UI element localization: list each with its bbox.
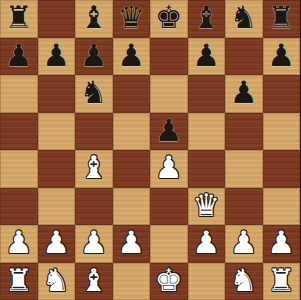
square-h2[interactable]: ♟ xyxy=(263,225,301,263)
square-b4[interactable] xyxy=(38,150,76,188)
white-pawn-b2[interactable]: ♟ xyxy=(42,224,70,262)
square-a4[interactable] xyxy=(0,150,38,188)
square-h6[interactable] xyxy=(263,75,301,113)
square-b8[interactable] xyxy=(38,0,76,38)
black-rook-a8[interactable]: ♜ xyxy=(5,0,33,37)
square-b6[interactable] xyxy=(38,75,76,113)
white-pawn-a2[interactable]: ♟ xyxy=(5,224,33,262)
square-a2[interactable]: ♟ xyxy=(0,225,38,263)
white-pawn-f2[interactable]: ♟ xyxy=(192,224,220,262)
square-d2[interactable]: ♟ xyxy=(113,225,151,263)
black-queen-d8[interactable]: ♛ xyxy=(117,0,145,37)
square-h8[interactable]: ♜ xyxy=(263,0,301,38)
black-bishop-f8[interactable]: ♝ xyxy=(192,0,220,37)
square-g3[interactable] xyxy=(225,188,263,226)
square-b7[interactable]: ♟ xyxy=(38,38,76,76)
square-c7[interactable]: ♟ xyxy=(75,38,113,76)
square-c3[interactable] xyxy=(75,188,113,226)
black-king-e8[interactable]: ♚ xyxy=(155,0,183,37)
square-h4[interactable] xyxy=(263,150,301,188)
square-f3[interactable]: ♛ xyxy=(188,188,226,226)
square-a1[interactable]: ♜ xyxy=(0,263,38,300)
square-d3[interactable] xyxy=(113,188,151,226)
square-c4[interactable]: ♝ xyxy=(75,150,113,188)
square-f6[interactable] xyxy=(188,75,226,113)
square-e4[interactable]: ♟ xyxy=(150,150,188,188)
square-c5[interactable] xyxy=(75,113,113,151)
square-d5[interactable] xyxy=(113,113,151,151)
white-pawn-e4[interactable]: ♟ xyxy=(155,149,183,187)
square-b5[interactable] xyxy=(38,113,76,151)
square-e3[interactable] xyxy=(150,188,188,226)
white-bishop-c1[interactable]: ♝ xyxy=(80,262,108,300)
square-b1[interactable]: ♞ xyxy=(38,263,76,300)
square-a8[interactable]: ♜ xyxy=(0,0,38,38)
square-g5[interactable] xyxy=(225,113,263,151)
white-king-e1[interactable]: ♚ xyxy=(155,262,183,300)
square-f7[interactable]: ♟ xyxy=(188,38,226,76)
square-f8[interactable]: ♝ xyxy=(188,0,226,38)
square-d8[interactable]: ♛ xyxy=(113,0,151,38)
square-c6[interactable]: ♞ xyxy=(75,75,113,113)
square-h3[interactable] xyxy=(263,188,301,226)
square-g7[interactable] xyxy=(225,38,263,76)
white-pawn-h2[interactable]: ♟ xyxy=(267,224,295,262)
white-rook-h1[interactable]: ♜ xyxy=(267,262,295,300)
square-f5[interactable] xyxy=(188,113,226,151)
square-g4[interactable] xyxy=(225,150,263,188)
black-pawn-a7[interactable]: ♟ xyxy=(5,37,33,75)
black-rook-h8[interactable]: ♜ xyxy=(267,0,295,37)
square-e1[interactable]: ♚ xyxy=(150,263,188,300)
square-b2[interactable]: ♟ xyxy=(38,225,76,263)
black-pawn-h7[interactable]: ♟ xyxy=(267,37,295,75)
black-knight-c6[interactable]: ♞ xyxy=(80,74,108,112)
square-g8[interactable]: ♞ xyxy=(225,0,263,38)
square-g1[interactable]: ♞ xyxy=(225,263,263,300)
chess-board: ♜♝♛♚♝♞♜♟♟♟♟♟♟♞♟♟♝♟♛♟♟♟♟♟♟♟♜♞♝♚♞♜ xyxy=(0,0,300,300)
white-knight-g1[interactable]: ♞ xyxy=(230,262,258,300)
square-e8[interactable]: ♚ xyxy=(150,0,188,38)
square-h1[interactable]: ♜ xyxy=(263,263,301,300)
square-f4[interactable] xyxy=(188,150,226,188)
white-bishop-c4[interactable]: ♝ xyxy=(80,149,108,187)
square-e2[interactable] xyxy=(150,225,188,263)
white-queen-f3[interactable]: ♛ xyxy=(192,187,220,225)
square-g6[interactable]: ♟ xyxy=(225,75,263,113)
black-pawn-d7[interactable]: ♟ xyxy=(117,37,145,75)
white-pawn-g2[interactable]: ♟ xyxy=(230,224,258,262)
square-g2[interactable]: ♟ xyxy=(225,225,263,263)
white-knight-b1[interactable]: ♞ xyxy=(42,262,70,300)
square-d4[interactable] xyxy=(113,150,151,188)
square-f2[interactable]: ♟ xyxy=(188,225,226,263)
black-pawn-e5[interactable]: ♟ xyxy=(155,112,183,150)
square-e5[interactable]: ♟ xyxy=(150,113,188,151)
square-c2[interactable]: ♟ xyxy=(75,225,113,263)
square-a3[interactable] xyxy=(0,188,38,226)
black-pawn-f7[interactable]: ♟ xyxy=(192,37,220,75)
square-a5[interactable] xyxy=(0,113,38,151)
square-h5[interactable] xyxy=(263,113,301,151)
black-bishop-c8[interactable]: ♝ xyxy=(80,0,108,37)
square-e7[interactable] xyxy=(150,38,188,76)
square-a7[interactable]: ♟ xyxy=(0,38,38,76)
square-e6[interactable] xyxy=(150,75,188,113)
square-a6[interactable] xyxy=(0,75,38,113)
square-c8[interactable]: ♝ xyxy=(75,0,113,38)
black-knight-g8[interactable]: ♞ xyxy=(230,0,258,37)
white-rook-a1[interactable]: ♜ xyxy=(5,262,33,300)
black-pawn-g6[interactable]: ♟ xyxy=(230,74,258,112)
white-pawn-c2[interactable]: ♟ xyxy=(80,224,108,262)
square-d6[interactable] xyxy=(113,75,151,113)
square-b3[interactable] xyxy=(38,188,76,226)
square-c1[interactable]: ♝ xyxy=(75,263,113,300)
black-pawn-b7[interactable]: ♟ xyxy=(42,37,70,75)
square-d7[interactable]: ♟ xyxy=(113,38,151,76)
square-f1[interactable] xyxy=(188,263,226,300)
square-h7[interactable]: ♟ xyxy=(263,38,301,76)
black-pawn-c7[interactable]: ♟ xyxy=(80,37,108,75)
square-d1[interactable] xyxy=(113,263,151,300)
white-pawn-d2[interactable]: ♟ xyxy=(117,224,145,262)
